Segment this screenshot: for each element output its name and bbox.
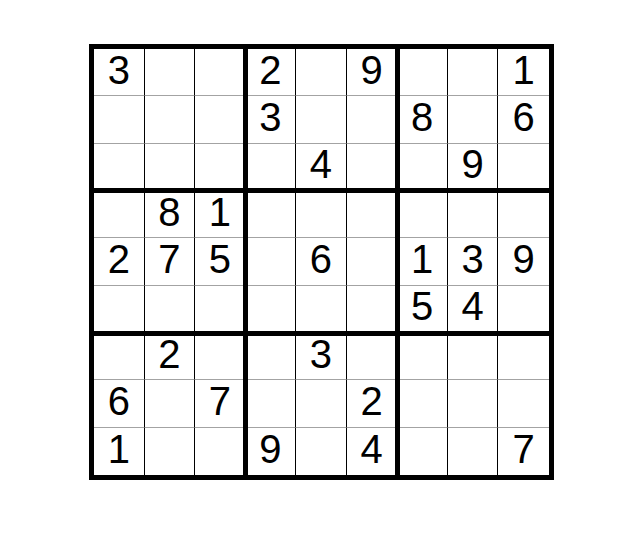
cell-r7c4-empty[interactable] <box>246 333 297 380</box>
cell-r8c2-empty[interactable] <box>145 380 196 427</box>
cell-r9c8-empty[interactable] <box>448 428 499 475</box>
cell-r2c2-empty[interactable] <box>145 96 196 143</box>
cell-r6c1-empty[interactable] <box>94 286 145 333</box>
cell-r9c9-given: 7 <box>498 428 549 475</box>
page-background: 32913864981275613954236721947 <box>0 0 640 540</box>
cell-r4c5-empty[interactable] <box>296 191 347 238</box>
cell-r2c4-given: 3 <box>246 96 297 143</box>
cell-r7c2-given: 2 <box>145 333 196 380</box>
cell-r3c7-empty[interactable] <box>397 144 448 191</box>
cell-r5c5-given: 6 <box>296 238 347 285</box>
cell-r3c1-empty[interactable] <box>94 144 145 191</box>
cell-r5c6-empty[interactable] <box>347 238 398 285</box>
cell-r7c3-empty[interactable] <box>195 333 246 380</box>
cell-r1c5-empty[interactable] <box>296 49 347 96</box>
box-separator-horizontal-1 <box>93 188 550 193</box>
cell-r9c1-given: 1 <box>94 428 145 475</box>
cell-r4c9-empty[interactable] <box>498 191 549 238</box>
cell-r1c9-given: 1 <box>498 49 549 96</box>
cell-r6c9-empty[interactable] <box>498 286 549 333</box>
sudoku-board: 32913864981275613954236721947 <box>89 44 554 480</box>
cell-r5c4-empty[interactable] <box>246 238 297 285</box>
cell-r8c8-empty[interactable] <box>448 380 499 427</box>
cell-r5c2-given: 7 <box>145 238 196 285</box>
box-separator-vertical-1 <box>243 48 248 476</box>
cell-r7c8-empty[interactable] <box>448 333 499 380</box>
cell-r9c3-empty[interactable] <box>195 428 246 475</box>
cell-r5c7-given: 1 <box>397 238 448 285</box>
cell-r2c5-empty[interactable] <box>296 96 347 143</box>
cell-r4c4-empty[interactable] <box>246 191 297 238</box>
cell-r6c5-empty[interactable] <box>296 286 347 333</box>
cell-r1c8-empty[interactable] <box>448 49 499 96</box>
cell-r2c7-given: 8 <box>397 96 448 143</box>
cell-r1c1-given: 3 <box>94 49 145 96</box>
cell-r8c7-empty[interactable] <box>397 380 448 427</box>
cell-r5c9-given: 9 <box>498 238 549 285</box>
cell-r4c3-given: 1 <box>195 191 246 238</box>
cell-r3c3-empty[interactable] <box>195 144 246 191</box>
cell-r1c4-given: 2 <box>246 49 297 96</box>
cell-r7c7-empty[interactable] <box>397 333 448 380</box>
cell-r6c6-empty[interactable] <box>347 286 398 333</box>
cell-r3c8-given: 9 <box>448 144 499 191</box>
cell-r7c6-empty[interactable] <box>347 333 398 380</box>
cell-r5c1-given: 2 <box>94 238 145 285</box>
cell-r1c6-given: 9 <box>347 49 398 96</box>
cell-r2c1-empty[interactable] <box>94 96 145 143</box>
cell-r3c5-given: 4 <box>296 144 347 191</box>
cell-r3c9-empty[interactable] <box>498 144 549 191</box>
cell-r8c9-empty[interactable] <box>498 380 549 427</box>
cell-r2c9-given: 6 <box>498 96 549 143</box>
cell-r9c2-empty[interactable] <box>145 428 196 475</box>
cell-r7c9-empty[interactable] <box>498 333 549 380</box>
cell-r9c5-empty[interactable] <box>296 428 347 475</box>
cell-r8c1-given: 6 <box>94 380 145 427</box>
box-separator-horizontal-2 <box>93 331 550 336</box>
cell-r4c1-empty[interactable] <box>94 191 145 238</box>
cell-r9c7-empty[interactable] <box>397 428 448 475</box>
cell-r4c6-empty[interactable] <box>347 191 398 238</box>
cell-r3c2-empty[interactable] <box>145 144 196 191</box>
cell-r6c3-empty[interactable] <box>195 286 246 333</box>
cell-r5c8-given: 3 <box>448 238 499 285</box>
cell-r6c7-given: 5 <box>397 286 448 333</box>
cell-r2c3-empty[interactable] <box>195 96 246 143</box>
cell-r1c7-empty[interactable] <box>397 49 448 96</box>
cell-r6c8-given: 4 <box>448 286 499 333</box>
cell-r8c3-given: 7 <box>195 380 246 427</box>
cell-r8c4-empty[interactable] <box>246 380 297 427</box>
cell-r3c4-empty[interactable] <box>246 144 297 191</box>
sudoku-grid: 32913864981275613954236721947 <box>94 49 549 475</box>
cell-r3c6-empty[interactable] <box>347 144 398 191</box>
cell-r4c7-empty[interactable] <box>397 191 448 238</box>
cell-r2c6-empty[interactable] <box>347 96 398 143</box>
cell-r9c6-given: 4 <box>347 428 398 475</box>
cell-r7c5-given: 3 <box>296 333 347 380</box>
cell-r4c8-empty[interactable] <box>448 191 499 238</box>
cell-r1c2-empty[interactable] <box>145 49 196 96</box>
cell-r4c2-given: 8 <box>145 191 196 238</box>
cell-r8c6-given: 2 <box>347 380 398 427</box>
box-separator-vertical-2 <box>395 48 400 476</box>
cell-r6c4-empty[interactable] <box>246 286 297 333</box>
cell-r5c3-given: 5 <box>195 238 246 285</box>
cell-r9c4-given: 9 <box>246 428 297 475</box>
cell-r8c5-empty[interactable] <box>296 380 347 427</box>
cell-r1c3-empty[interactable] <box>195 49 246 96</box>
cell-r6c2-empty[interactable] <box>145 286 196 333</box>
cell-r2c8-empty[interactable] <box>448 96 499 143</box>
cell-r7c1-empty[interactable] <box>94 333 145 380</box>
